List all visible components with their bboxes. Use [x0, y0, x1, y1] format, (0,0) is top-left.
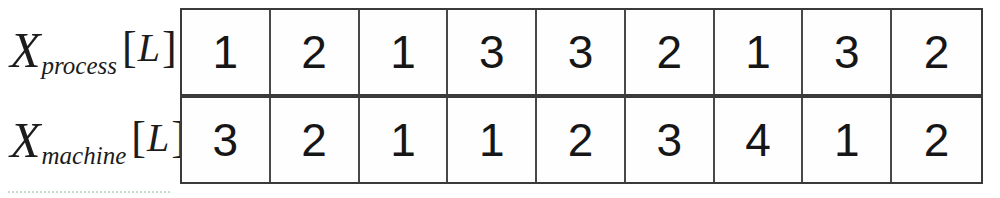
array-cell: 1	[715, 10, 804, 94]
index-variable: L	[147, 118, 169, 158]
open-bracket: [	[122, 26, 137, 70]
array-cell: 4	[715, 98, 804, 182]
open-bracket: [	[131, 116, 146, 160]
array-cell: 2	[271, 98, 360, 182]
array-cell: 3	[626, 98, 715, 182]
variable-name: X	[10, 25, 41, 75]
array-cell: 2	[626, 10, 715, 94]
row-label-process: X process [ L ]	[10, 6, 180, 94]
array-cell: 1	[448, 98, 537, 182]
array-cell: 3	[803, 10, 892, 94]
array-cell: 1	[360, 10, 449, 94]
array-cell: 2	[271, 10, 360, 94]
figure-canvas: X process [ L ] 1 2 1 3 3 2 1 3 2 X mach…	[0, 0, 1000, 198]
process-array-grid: 1 2 1 3 3 2 1 3 2	[180, 8, 983, 96]
variable-name: X	[10, 115, 41, 165]
row-label-machine: X machine [ L ]	[10, 96, 180, 184]
array-cell: 2	[537, 98, 626, 182]
close-bracket: ]	[162, 26, 177, 70]
index-variable: L	[138, 28, 160, 68]
variable-subscript: process	[42, 53, 117, 78]
array-cell: 2	[892, 98, 981, 182]
array-cell: 3	[537, 10, 626, 94]
array-cell: 1	[360, 98, 449, 182]
variable-subscript: machine	[42, 143, 127, 168]
array-cell: 3	[448, 10, 537, 94]
dotted-underline-mark	[8, 191, 170, 193]
array-cell: 3	[182, 98, 271, 182]
array-cell: 1	[803, 98, 892, 182]
machine-array-grid: 3 2 1 1 2 3 4 1 2	[180, 96, 983, 184]
array-cell: 2	[892, 10, 981, 94]
array-cell: 1	[182, 10, 271, 94]
